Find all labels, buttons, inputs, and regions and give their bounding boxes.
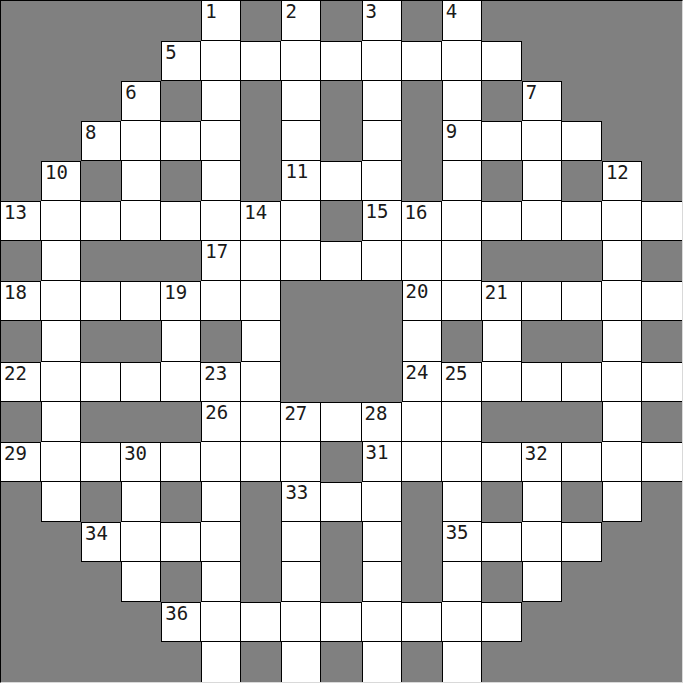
answer-cell[interactable] — [201, 281, 241, 321]
answer-cell[interactable] — [321, 402, 361, 442]
answer-cell[interactable] — [201, 81, 241, 121]
answer-cell[interactable]: 16 — [402, 201, 442, 241]
clue-number: 4 — [446, 2, 457, 22]
block-cell — [1, 321, 41, 361]
answer-cell[interactable]: 3 — [362, 1, 402, 41]
block-cell — [281, 281, 321, 321]
answer-cell[interactable] — [161, 121, 201, 161]
block-cell — [522, 602, 562, 642]
block-cell — [81, 161, 121, 201]
answer-cell[interactable] — [281, 201, 321, 241]
block-cell — [41, 41, 81, 81]
answer-cell[interactable] — [522, 201, 562, 241]
answer-cell[interactable] — [482, 121, 522, 161]
clue-number: 36 — [165, 604, 188, 624]
answer-cell[interactable] — [442, 81, 482, 121]
block-cell — [642, 241, 682, 281]
answer-cell[interactable] — [201, 562, 241, 602]
block-cell — [41, 81, 81, 121]
answer-cell[interactable] — [442, 642, 482, 682]
block-cell — [121, 321, 161, 361]
answer-cell[interactable] — [522, 522, 562, 562]
block-cell — [562, 81, 602, 121]
answer-cell[interactable]: 2 — [281, 1, 321, 41]
block-cell — [81, 642, 121, 682]
clue-number: 32 — [525, 444, 548, 464]
block-cell — [602, 522, 642, 562]
answer-cell[interactable] — [281, 522, 321, 562]
clue-number: 22 — [4, 364, 27, 384]
answer-cell[interactable] — [362, 241, 402, 281]
block-cell — [562, 602, 602, 642]
answer-cell[interactable] — [281, 121, 321, 161]
block-cell — [562, 562, 602, 602]
answer-cell[interactable] — [81, 362, 121, 402]
answer-cell[interactable] — [161, 321, 201, 361]
block-cell — [161, 562, 201, 602]
clue-number: 33 — [285, 483, 308, 503]
answer-cell[interactable] — [482, 201, 522, 241]
block-cell — [602, 602, 642, 642]
block-cell — [81, 602, 121, 642]
block-cell — [402, 642, 442, 682]
clue-number: 5 — [165, 43, 176, 63]
clue-number: 3 — [366, 2, 377, 22]
answer-cell[interactable] — [161, 442, 201, 482]
block-cell — [642, 482, 682, 522]
answer-cell[interactable] — [522, 562, 562, 602]
answer-cell[interactable] — [442, 281, 482, 321]
answer-cell[interactable]: 32 — [522, 442, 562, 482]
block-cell — [442, 321, 482, 361]
block-cell — [121, 602, 161, 642]
block-cell — [41, 121, 81, 161]
answer-cell[interactable] — [321, 602, 361, 642]
answer-cell[interactable] — [442, 41, 482, 81]
block-cell — [81, 402, 121, 442]
answer-cell[interactable]: 25 — [442, 362, 482, 402]
block-cell — [81, 41, 121, 81]
clue-number: 1 — [205, 2, 216, 22]
clue-number: 31 — [366, 443, 389, 463]
answer-cell[interactable] — [402, 241, 442, 281]
answer-cell[interactable] — [602, 321, 642, 361]
clue-number: 17 — [205, 242, 228, 262]
block-cell — [81, 241, 121, 281]
clue-number: 19 — [164, 283, 187, 303]
answer-cell[interactable] — [201, 482, 241, 522]
block-cell — [402, 522, 442, 562]
answer-cell[interactable]: 35 — [442, 522, 482, 562]
block-cell — [321, 321, 361, 361]
block-cell — [562, 41, 602, 81]
block-cell — [81, 482, 121, 522]
block-cell — [642, 1, 682, 41]
block-cell — [482, 81, 522, 121]
answer-cell[interactable] — [321, 41, 361, 81]
answer-cell[interactable]: 5 — [161, 41, 201, 81]
answer-cell[interactable]: 23 — [201, 362, 241, 402]
block-cell — [161, 161, 201, 201]
answer-cell[interactable]: 17 — [201, 241, 241, 281]
answer-cell[interactable]: 21 — [482, 281, 522, 321]
block-cell — [522, 241, 562, 281]
block-cell — [522, 642, 562, 682]
answer-cell[interactable]: 20 — [402, 281, 442, 321]
clue-number: 12 — [606, 163, 629, 183]
answer-cell[interactable]: 30 — [121, 442, 161, 482]
block-cell — [1, 41, 41, 81]
answer-cell[interactable] — [241, 602, 281, 642]
answer-cell[interactable] — [362, 121, 402, 161]
block-cell — [1, 482, 41, 522]
answer-cell[interactable] — [602, 201, 642, 241]
answer-cell[interactable] — [121, 281, 161, 321]
answer-cell[interactable] — [482, 602, 522, 642]
answer-cell[interactable]: 22 — [1, 362, 41, 402]
block-cell — [642, 562, 682, 602]
answer-cell[interactable] — [161, 362, 201, 402]
answer-cell[interactable] — [402, 41, 442, 81]
block-cell — [1, 161, 41, 201]
answer-cell[interactable] — [442, 402, 482, 442]
block-cell — [321, 442, 361, 482]
block-cell — [602, 121, 642, 161]
answer-cell[interactable] — [281, 562, 321, 602]
answer-cell[interactable] — [642, 201, 682, 241]
answer-cell[interactable] — [402, 402, 442, 442]
answer-cell[interactable]: 31 — [362, 442, 402, 482]
answer-cell[interactable] — [41, 241, 81, 281]
clue-number: 34 — [85, 524, 108, 544]
answer-cell[interactable] — [522, 281, 562, 321]
clue-number: 10 — [45, 163, 68, 183]
clue-number: 15 — [366, 202, 389, 222]
block-cell — [602, 562, 642, 602]
block-cell — [642, 321, 682, 361]
answer-cell[interactable]: 26 — [201, 402, 241, 442]
answer-cell[interactable] — [201, 642, 241, 682]
answer-cell[interactable] — [41, 402, 81, 442]
answer-cell[interactable] — [241, 402, 281, 442]
answer-cell[interactable] — [442, 161, 482, 201]
answer-cell[interactable] — [362, 482, 402, 522]
block-cell — [642, 41, 682, 81]
block-cell — [1, 121, 41, 161]
block-cell — [41, 602, 81, 642]
block-cell — [562, 321, 602, 361]
answer-cell[interactable]: 12 — [602, 161, 642, 201]
answer-cell[interactable] — [81, 281, 121, 321]
answer-cell[interactable] — [442, 201, 482, 241]
answer-cell[interactable] — [442, 442, 482, 482]
answer-cell[interactable] — [41, 442, 81, 482]
answer-cell[interactable] — [41, 321, 81, 361]
block-cell — [1, 1, 41, 41]
block-cell — [241, 482, 281, 522]
answer-cell[interactable] — [321, 482, 361, 522]
block-cell — [642, 161, 682, 201]
clue-number: 24 — [406, 363, 429, 383]
answer-cell[interactable] — [281, 442, 321, 482]
block-cell — [241, 1, 281, 41]
block-cell — [321, 281, 361, 321]
answer-cell[interactable] — [562, 281, 602, 321]
answer-cell[interactable] — [201, 201, 241, 241]
answer-cell[interactable]: 34 — [81, 522, 121, 562]
block-cell — [321, 201, 361, 241]
answer-cell[interactable]: 24 — [402, 362, 442, 402]
block-cell — [321, 562, 361, 602]
block-cell — [121, 41, 161, 81]
block-cell — [402, 81, 442, 121]
block-cell — [241, 642, 281, 682]
block-cell — [201, 321, 241, 361]
block-cell — [402, 1, 442, 41]
block-cell — [81, 562, 121, 602]
block-cell — [602, 642, 642, 682]
block-cell — [482, 642, 522, 682]
answer-cell[interactable]: 19 — [161, 281, 201, 321]
answer-cell[interactable] — [321, 161, 361, 201]
block-cell — [642, 121, 682, 161]
answer-cell[interactable] — [482, 362, 522, 402]
answer-cell[interactable]: 28 — [362, 402, 402, 442]
block-cell — [321, 81, 361, 121]
answer-cell[interactable] — [642, 281, 682, 321]
answer-cell[interactable] — [201, 161, 241, 201]
answer-cell[interactable] — [241, 321, 281, 361]
answer-cell[interactable] — [121, 362, 161, 402]
block-cell — [241, 562, 281, 602]
answer-cell[interactable] — [602, 402, 642, 442]
answer-cell[interactable] — [121, 562, 161, 602]
block-cell — [41, 522, 81, 562]
answer-cell[interactable]: 8 — [81, 121, 121, 161]
clue-number: 35 — [446, 523, 469, 543]
clue-number: 26 — [205, 403, 228, 423]
block-cell — [321, 362, 361, 402]
answer-cell[interactable] — [321, 241, 361, 281]
clue-number: 18 — [4, 283, 27, 303]
answer-cell[interactable] — [121, 161, 161, 201]
answer-cell[interactable]: 18 — [1, 281, 41, 321]
block-cell — [41, 562, 81, 602]
block-cell — [522, 41, 562, 81]
answer-cell[interactable] — [402, 602, 442, 642]
block-cell — [1, 642, 41, 682]
block-cell — [321, 642, 361, 682]
clue-number: 23 — [204, 364, 227, 384]
block-cell — [81, 81, 121, 121]
answer-cell[interactable] — [562, 522, 602, 562]
answer-cell[interactable]: 15 — [362, 201, 402, 241]
answer-cell[interactable] — [81, 442, 121, 482]
answer-cell[interactable] — [482, 41, 522, 81]
answer-cell[interactable]: 7 — [522, 81, 562, 121]
answer-cell[interactable] — [522, 482, 562, 522]
clue-number: 8 — [85, 123, 96, 143]
block-cell — [642, 602, 682, 642]
answer-cell[interactable] — [241, 362, 281, 402]
answer-cell[interactable] — [602, 281, 642, 321]
answer-cell[interactable] — [442, 602, 482, 642]
block-cell — [41, 642, 81, 682]
block-cell — [1, 522, 41, 562]
answer-cell[interactable] — [241, 281, 281, 321]
block-cell — [1, 241, 41, 281]
answer-cell[interactable] — [281, 642, 321, 682]
block-cell — [321, 1, 361, 41]
block-cell — [482, 482, 522, 522]
answer-cell[interactable] — [201, 41, 241, 81]
answer-cell[interactable] — [41, 362, 81, 402]
answer-cell[interactable] — [442, 482, 482, 522]
answer-cell[interactable] — [482, 321, 522, 361]
block-cell — [642, 642, 682, 682]
answer-cell[interactable]: 13 — [1, 201, 41, 241]
clue-number: 2 — [285, 2, 296, 22]
answer-cell[interactable] — [362, 41, 402, 81]
block-cell — [121, 241, 161, 281]
answer-cell[interactable] — [41, 201, 81, 241]
answer-cell[interactable] — [161, 201, 201, 241]
answer-cell[interactable]: 29 — [1, 442, 41, 482]
answer-cell[interactable]: 36 — [161, 602, 201, 642]
block-cell — [1, 402, 41, 442]
answer-cell[interactable]: 11 — [281, 161, 321, 201]
answer-cell[interactable] — [201, 522, 241, 562]
answer-cell[interactable]: 10 — [41, 161, 81, 201]
clue-number: 16 — [405, 203, 428, 223]
answer-cell[interactable] — [201, 121, 241, 161]
block-cell — [362, 281, 402, 321]
block-cell — [402, 121, 442, 161]
answer-cell[interactable] — [522, 362, 562, 402]
answer-cell[interactable] — [442, 562, 482, 602]
clue-number: 28 — [365, 404, 388, 424]
answer-cell[interactable] — [522, 121, 562, 161]
answer-cell[interactable]: 9 — [442, 121, 482, 161]
answer-cell[interactable] — [121, 201, 161, 241]
block-cell — [281, 321, 321, 361]
clue-number: 20 — [406, 282, 429, 302]
answer-cell[interactable] — [281, 81, 321, 121]
block-cell — [121, 1, 161, 41]
block-cell — [41, 1, 81, 41]
answer-cell[interactable] — [602, 362, 642, 402]
answer-cell[interactable] — [241, 442, 281, 482]
answer-cell[interactable] — [602, 241, 642, 281]
block-cell — [642, 522, 682, 562]
answer-cell[interactable] — [41, 281, 81, 321]
block-cell — [161, 241, 201, 281]
answer-cell[interactable] — [281, 602, 321, 642]
answer-cell[interactable] — [161, 522, 201, 562]
block-cell — [562, 402, 602, 442]
block-cell — [482, 562, 522, 602]
answer-cell[interactable]: 6 — [121, 81, 161, 121]
answer-cell[interactable] — [482, 442, 522, 482]
block-cell — [161, 1, 201, 41]
block-cell — [562, 241, 602, 281]
answer-cell[interactable]: 27 — [281, 402, 321, 442]
answer-cell[interactable] — [642, 362, 682, 402]
answer-cell[interactable] — [121, 121, 161, 161]
answer-cell[interactable] — [41, 482, 81, 522]
answer-cell[interactable] — [121, 482, 161, 522]
block-cell — [241, 121, 281, 161]
block-cell — [1, 81, 41, 121]
block-cell — [602, 1, 642, 41]
clue-number: 27 — [284, 404, 307, 424]
answer-cell[interactable] — [241, 241, 281, 281]
answer-cell[interactable] — [281, 41, 321, 81]
answer-cell[interactable] — [402, 442, 442, 482]
answer-cell[interactable] — [562, 442, 602, 482]
answer-cell[interactable] — [562, 362, 602, 402]
answer-cell[interactable] — [602, 482, 642, 522]
block-cell — [522, 402, 562, 442]
answer-cell[interactable] — [362, 562, 402, 602]
block-cell — [121, 402, 161, 442]
answer-cell[interactable] — [402, 321, 442, 361]
block-cell — [1, 562, 41, 602]
answer-cell[interactable] — [81, 201, 121, 241]
answer-cell[interactable] — [642, 442, 682, 482]
block-cell — [281, 362, 321, 402]
crossword-grid: 1234567891011121314151617181920212223242… — [0, 0, 683, 683]
answer-cell[interactable] — [562, 201, 602, 241]
block-cell — [602, 81, 642, 121]
answer-cell[interactable]: 4 — [442, 1, 482, 41]
answer-cell[interactable] — [362, 602, 402, 642]
clue-number: 21 — [485, 283, 508, 303]
answer-cell[interactable]: 33 — [281, 482, 321, 522]
answer-cell[interactable] — [281, 241, 321, 281]
clue-number: 7 — [526, 83, 537, 103]
answer-cell[interactable] — [522, 161, 562, 201]
answer-cell[interactable] — [362, 522, 402, 562]
answer-cell[interactable] — [442, 241, 482, 281]
answer-cell[interactable] — [201, 442, 241, 482]
block-cell — [161, 642, 201, 682]
clue-number: 25 — [445, 364, 468, 384]
block-cell — [482, 241, 522, 281]
answer-cell[interactable] — [482, 522, 522, 562]
block-cell — [522, 1, 562, 41]
answer-cell[interactable] — [121, 522, 161, 562]
answer-cell[interactable]: 1 — [201, 1, 241, 41]
block-cell — [81, 321, 121, 361]
block-cell — [482, 402, 522, 442]
block-cell — [402, 482, 442, 522]
clue-number: 9 — [446, 122, 457, 142]
clue-number: 30 — [124, 444, 147, 464]
answer-cell[interactable] — [362, 642, 402, 682]
block-cell — [402, 562, 442, 602]
answer-cell[interactable] — [201, 602, 241, 642]
answer-cell[interactable] — [362, 81, 402, 121]
block-cell — [121, 642, 161, 682]
block-cell — [562, 482, 602, 522]
answer-cell[interactable]: 14 — [241, 201, 281, 241]
answer-cell[interactable] — [562, 121, 602, 161]
answer-cell[interactable] — [241, 41, 281, 81]
answer-cell[interactable] — [362, 161, 402, 201]
block-cell — [642, 402, 682, 442]
answer-cell[interactable] — [602, 442, 642, 482]
